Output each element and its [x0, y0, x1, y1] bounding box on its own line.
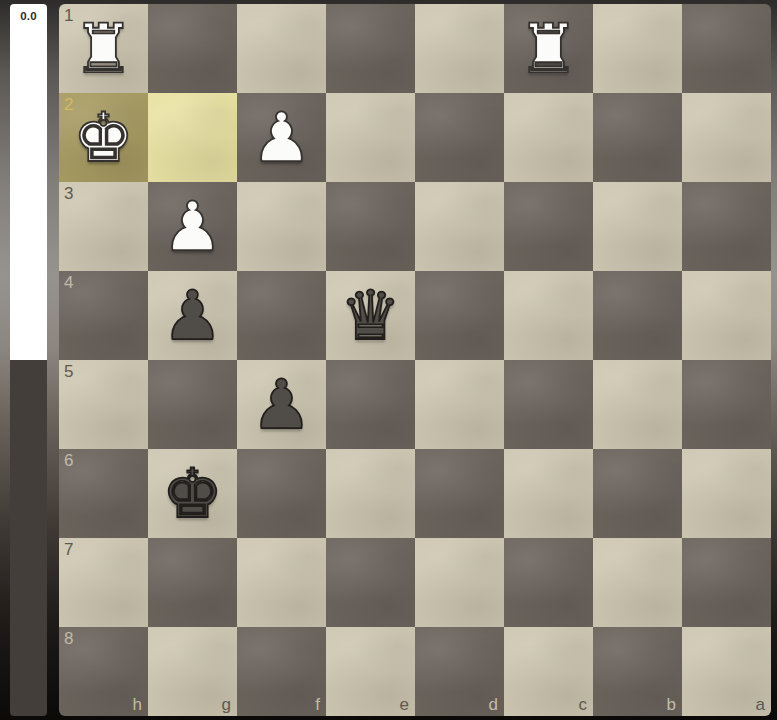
eval-bar-black-section [10, 360, 47, 716]
square-e5[interactable] [326, 360, 415, 449]
square-b4[interactable] [593, 271, 682, 360]
square-f5[interactable]: ♟ [237, 360, 326, 449]
square-b6[interactable] [593, 449, 682, 538]
square-g6[interactable]: ♚ [148, 449, 237, 538]
square-e1[interactable] [326, 4, 415, 93]
square-a7[interactable] [682, 538, 771, 627]
white-rook[interactable]: ♜ [504, 4, 593, 93]
square-e2[interactable] [326, 93, 415, 182]
file-label-a: a [756, 696, 765, 713]
square-b8[interactable]: b [593, 627, 682, 716]
rank-label-6: 6 [64, 452, 73, 469]
square-g3[interactable]: ♟ [148, 182, 237, 271]
square-d5[interactable] [415, 360, 504, 449]
square-e7[interactable] [326, 538, 415, 627]
white-rook[interactable]: ♜ [59, 4, 148, 93]
square-f8[interactable]: f [237, 627, 326, 716]
square-a2[interactable] [682, 93, 771, 182]
square-g2[interactable] [148, 93, 237, 182]
square-g7[interactable] [148, 538, 237, 627]
eval-bar-white-section: 0.0 [10, 4, 47, 360]
square-d6[interactable] [415, 449, 504, 538]
square-h4[interactable]: 4 [59, 271, 148, 360]
square-h2[interactable]: 2♚ [59, 93, 148, 182]
square-h5[interactable]: 5 [59, 360, 148, 449]
square-c4[interactable] [504, 271, 593, 360]
square-e6[interactable] [326, 449, 415, 538]
rank-label-5: 5 [64, 363, 73, 380]
rank-label-7: 7 [64, 541, 73, 558]
square-g5[interactable] [148, 360, 237, 449]
square-g4[interactable]: ♟ [148, 271, 237, 360]
square-h7[interactable]: 7 [59, 538, 148, 627]
square-f7[interactable] [237, 538, 326, 627]
square-c6[interactable] [504, 449, 593, 538]
square-c2[interactable] [504, 93, 593, 182]
square-c7[interactable] [504, 538, 593, 627]
square-c3[interactable] [504, 182, 593, 271]
file-label-g: g [222, 696, 231, 713]
square-d2[interactable] [415, 93, 504, 182]
square-b3[interactable] [593, 182, 682, 271]
square-d4[interactable] [415, 271, 504, 360]
square-h1[interactable]: 1♜ [59, 4, 148, 93]
square-d8[interactable]: d [415, 627, 504, 716]
square-d1[interactable] [415, 4, 504, 93]
rank-label-4: 4 [64, 274, 73, 291]
square-g8[interactable]: g [148, 627, 237, 716]
square-c8[interactable]: c [504, 627, 593, 716]
square-a5[interactable] [682, 360, 771, 449]
rank-label-8: 8 [64, 630, 73, 647]
square-e3[interactable] [326, 182, 415, 271]
square-a8[interactable]: a [682, 627, 771, 716]
square-d3[interactable] [415, 182, 504, 271]
square-g1[interactable] [148, 4, 237, 93]
file-label-h: h [133, 696, 142, 713]
file-label-b: b [667, 696, 676, 713]
square-b5[interactable] [593, 360, 682, 449]
black-pawn[interactable]: ♟ [148, 271, 237, 360]
square-b7[interactable] [593, 538, 682, 627]
square-e8[interactable]: e [326, 627, 415, 716]
file-label-f: f [315, 696, 320, 713]
square-c5[interactable] [504, 360, 593, 449]
black-pawn[interactable]: ♟ [237, 360, 326, 449]
square-b1[interactable] [593, 4, 682, 93]
file-label-e: e [400, 696, 409, 713]
square-a4[interactable] [682, 271, 771, 360]
square-f6[interactable] [237, 449, 326, 538]
square-a3[interactable] [682, 182, 771, 271]
square-f2[interactable]: ♟ [237, 93, 326, 182]
square-h6[interactable]: 6 [59, 449, 148, 538]
square-h8[interactable]: 8h [59, 627, 148, 716]
file-label-d: d [489, 696, 498, 713]
eval-score: 0.0 [10, 10, 47, 22]
black-queen[interactable]: ♛ [326, 271, 415, 360]
square-f4[interactable] [237, 271, 326, 360]
evaluation-bar: 0.0 [10, 4, 47, 716]
square-a1[interactable] [682, 4, 771, 93]
white-pawn[interactable]: ♟ [148, 182, 237, 271]
square-f1[interactable] [237, 4, 326, 93]
square-a6[interactable] [682, 449, 771, 538]
rank-label-3: 3 [64, 185, 73, 202]
square-f3[interactable] [237, 182, 326, 271]
square-c1[interactable]: ♜ [504, 4, 593, 93]
square-d7[interactable] [415, 538, 504, 627]
file-label-c: c [579, 696, 588, 713]
chess-board[interactable]: 1♜♜2♚♟3♟4♟♛5♟6♚78hgfedcba [59, 4, 771, 716]
black-king[interactable]: ♚ [148, 449, 237, 538]
white-king[interactable]: ♚ [59, 93, 148, 182]
white-pawn[interactable]: ♟ [237, 93, 326, 182]
square-e4[interactable]: ♛ [326, 271, 415, 360]
square-h3[interactable]: 3 [59, 182, 148, 271]
square-b2[interactable] [593, 93, 682, 182]
